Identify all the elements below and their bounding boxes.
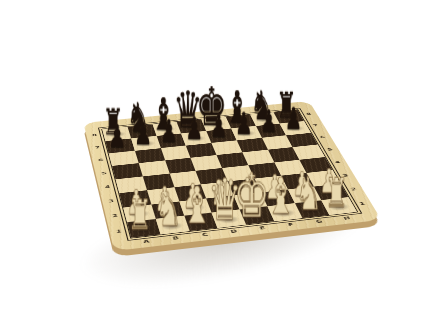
square-a6[interactable] bbox=[109, 151, 139, 166]
file-label-g: G bbox=[303, 217, 335, 228]
piece-black-pawn[interactable]: ♟ bbox=[160, 115, 178, 146]
square-b6[interactable] bbox=[135, 148, 165, 163]
file-label-e: E bbox=[247, 223, 279, 234]
rank-label-4: 4 bbox=[99, 180, 116, 195]
square-h5[interactable] bbox=[293, 145, 325, 160]
square-d1[interactable]: ♛ bbox=[212, 210, 246, 228]
rank-label-2: 2 bbox=[106, 208, 124, 225]
file-label-f: F bbox=[275, 220, 307, 231]
piece-black-pawn[interactable]: ♟ bbox=[260, 106, 278, 136]
rank-label-1: 1 bbox=[110, 223, 128, 240]
piece-black-pawn[interactable]: ♟ bbox=[134, 118, 152, 149]
file-label-b: B bbox=[160, 233, 192, 244]
piece-black-pawn[interactable]: ♟ bbox=[235, 108, 253, 138]
rank-label-3: 3 bbox=[103, 194, 120, 210]
piece-black-pawn[interactable]: ♟ bbox=[185, 113, 203, 144]
file-label-c: C bbox=[189, 230, 221, 241]
file-label-a: A bbox=[131, 236, 163, 247]
piece-black-pawn[interactable]: ♟ bbox=[108, 120, 126, 151]
square-a5[interactable] bbox=[112, 163, 142, 179]
piece-black-pawn[interactable]: ♟ bbox=[284, 103, 302, 133]
file-label-h: H bbox=[331, 213, 363, 224]
scene: ♜♞♝♛♚♝♞♜♟♟♟♟♟♟♟♟♟♟♟♟♟♟♟♟♜♞♝♛♚♝♞♜ 8765432… bbox=[0, 0, 423, 318]
file-label-d: D bbox=[218, 226, 250, 237]
piece-black-pawn[interactable]: ♟ bbox=[210, 110, 228, 140]
square-e1[interactable]: ♚ bbox=[240, 206, 274, 224]
